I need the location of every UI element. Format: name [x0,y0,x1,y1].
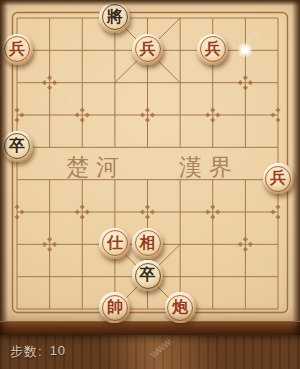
piece-red-elephant[interactable]: 相 [132,228,163,259]
piece-red-pawn[interactable]: 兵 [263,163,294,194]
piece-glyph: 炮 [172,297,188,318]
piece-glyph: 仕 [107,232,123,253]
piece-black-general[interactable]: 將 [99,2,130,33]
piece-glyph: 帥 [107,297,123,318]
piece-red-cannon[interactable]: 炮 [165,292,196,323]
piece-glyph: 將 [107,6,123,27]
step-counter: 步数: 10 [10,343,66,361]
piece-glyph: 兵 [205,38,221,59]
xiangqi-game-screen: 楚河 漢界 www. www. 將兵兵兵卒兵仕相卒帥炮 步数: 10 www. [0,0,300,369]
step-counter-value: 10 [50,343,66,361]
piece-black-pawn[interactable]: 卒 [2,131,33,162]
piece-glyph: 卒 [140,265,156,286]
piece-red-pawn[interactable]: 兵 [132,34,163,65]
piece-glyph: 兵 [9,38,25,59]
piece-glyph: 卒 [9,135,25,156]
piece-glyph: 兵 [270,168,286,189]
board-front-edge [0,321,300,335]
piece-glyph: 相 [140,232,156,253]
piece-red-pawn[interactable]: 兵 [197,34,228,65]
river-label-right: 漢界 [179,154,239,180]
piece-black-pawn[interactable]: 卒 [132,260,163,291]
piece-red-advisor[interactable]: 仕 [99,228,130,259]
river-label-left: 楚河 [66,154,126,180]
board-surface[interactable]: 楚河 漢界 www. www. 將兵兵兵卒兵仕相卒帥炮 [0,0,300,321]
piece-red-pawn[interactable]: 兵 [2,34,33,65]
step-counter-label: 步数: [10,343,43,361]
piece-glyph: 兵 [140,38,156,59]
